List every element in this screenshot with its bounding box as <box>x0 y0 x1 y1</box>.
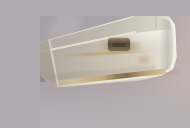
liquid-residue <box>135 54 153 66</box>
glass-reflection-line <box>155 16 157 29</box>
cap-dark-band <box>112 43 126 47</box>
right-edge-highlight <box>164 16 176 72</box>
photo-stage <box>40 16 190 128</box>
